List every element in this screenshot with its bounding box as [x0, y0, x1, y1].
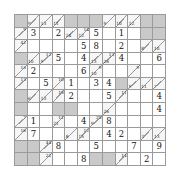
cell-r7c10[interactable] — [141, 103, 153, 115]
cell-r8c3: 2111 — [53, 116, 65, 128]
across-clue: 18 — [58, 91, 63, 95]
cell-r4c0: 15 — [15, 65, 27, 77]
cell-r7c3 — [53, 103, 65, 115]
down-clue: 13 — [41, 22, 46, 26]
cell-r2c8[interactable]: 2 — [116, 40, 128, 52]
answer-digit: 4 — [103, 78, 115, 90]
cell-r3c1: 10 — [28, 53, 40, 65]
answer-digit: 4 — [116, 53, 128, 65]
cell-r7c6[interactable] — [90, 103, 102, 115]
cell-r1c10 — [141, 28, 153, 40]
answer-digit: 1 — [65, 78, 77, 90]
cell-r9c2[interactable] — [40, 128, 52, 140]
answer-digit: 6 — [153, 53, 165, 65]
across-clue: 12 — [84, 129, 89, 133]
answer-digit: 2 — [65, 90, 77, 102]
cell-r8c2[interactable] — [40, 116, 52, 128]
cell-r1c3[interactable]: 2 — [53, 28, 65, 40]
cell-r3c5[interactable]: 4 — [78, 53, 90, 65]
cell-r6c8: 11 — [116, 90, 128, 102]
cell-r9c3[interactable] — [53, 128, 65, 140]
cell-r10c9[interactable]: 7 — [128, 141, 140, 153]
cell-r11c5[interactable]: 8 — [78, 153, 90, 165]
across-clue: 11 — [121, 91, 126, 95]
cell-r5c2[interactable]: 5 — [40, 78, 52, 90]
cell-r8c0: 7 — [15, 116, 27, 128]
answer-digit: 5 — [103, 90, 115, 102]
cell-r6c10[interactable] — [141, 90, 153, 102]
across-clue: 15 — [21, 66, 26, 70]
cell-r5c6[interactable]: 3 — [90, 78, 102, 90]
cell-r4c5[interactable]: 6 — [78, 65, 90, 77]
cell-r6c0 — [15, 90, 27, 102]
cell-r8c6: 920 — [90, 116, 102, 128]
cell-r4c7[interactable] — [103, 65, 115, 77]
answer-digit: 8 — [53, 141, 65, 153]
cell-r9c10: 3 — [141, 128, 153, 140]
cell-r11c2: 22 — [40, 153, 52, 165]
down-clue: 9 — [104, 22, 107, 26]
cell-r1c11 — [153, 28, 165, 40]
cell-r9c0: 16 — [15, 128, 27, 140]
down-clue: 8 — [141, 47, 144, 51]
down-clue: 6 — [28, 97, 31, 101]
cell-r7c4 — [65, 103, 77, 115]
cell-r1c0: 9 — [15, 28, 27, 40]
across-clue: 9 — [137, 66, 140, 70]
answer-digit: 2 — [28, 65, 40, 77]
cell-r1c2[interactable] — [40, 28, 52, 40]
cell-r3c11[interactable]: 6 — [153, 53, 165, 65]
answer-digit: 4 — [153, 103, 165, 115]
cell-r4c3[interactable] — [53, 65, 65, 77]
cell-r4c2[interactable] — [40, 65, 52, 77]
cell-r10c2: 44 — [40, 141, 52, 153]
across-clue: 20 — [96, 116, 101, 120]
cell-r11c9[interactable] — [128, 153, 140, 165]
answer-digit: 5 — [78, 40, 90, 52]
answer-digit: 7 — [128, 141, 140, 153]
cell-r6c11[interactable]: 4 — [153, 90, 165, 102]
down-clue: 9 — [28, 22, 31, 26]
cell-r4c4[interactable] — [65, 65, 77, 77]
cell-r8c11[interactable] — [153, 116, 165, 128]
cell-r2c9[interactable] — [128, 40, 140, 52]
down-clue: 12 — [129, 22, 134, 26]
down-clue: 26 — [104, 60, 109, 64]
down-clue: 10 — [154, 47, 159, 51]
cell-r5c8 — [116, 78, 128, 90]
cell-r4c10[interactable] — [141, 65, 153, 77]
cell-r6c2: 13 — [40, 90, 52, 102]
cell-r3c9[interactable] — [128, 53, 140, 65]
cell-r5c11: 7 — [153, 78, 165, 90]
cell-r3c0 — [15, 53, 27, 65]
across-clue: 13 — [21, 78, 26, 82]
across-clue: 9 — [99, 66, 102, 70]
cell-r11c11[interactable] — [153, 153, 165, 165]
down-clue: 26 — [104, 110, 109, 114]
cell-r11c6 — [90, 153, 102, 165]
cell-r8c8[interactable] — [116, 116, 128, 128]
down-clue: 13 — [91, 60, 96, 64]
cell-r8c5[interactable]: 4 — [78, 116, 90, 128]
answer-digit: 4 — [153, 90, 165, 102]
down-clue: 8 — [66, 135, 69, 139]
cell-r2c3[interactable] — [53, 40, 65, 52]
cell-r3c6: 13 — [90, 53, 102, 65]
answer-digit: 6 — [78, 65, 90, 77]
answer-digit: 7 — [28, 128, 40, 140]
across-clue: 13 — [109, 53, 114, 57]
down-clue: 10 — [116, 22, 121, 26]
answer-digit: 2 — [141, 153, 153, 165]
cell-r5c3: 10 — [53, 78, 65, 90]
answer-digit: 2 — [53, 28, 65, 40]
cell-r0c4 — [65, 15, 77, 27]
cell-r0c10 — [141, 15, 153, 27]
cell-r1c6[interactable]: 5 — [90, 28, 102, 40]
cell-r5c5[interactable] — [78, 78, 90, 90]
across-clue: 14 — [121, 154, 126, 158]
cell-r11c7 — [103, 153, 115, 165]
cell-r11c10[interactable]: 2 — [141, 153, 153, 165]
cell-r7c11[interactable]: 4 — [153, 103, 165, 115]
across-clue: 12 — [46, 53, 51, 57]
cell-r5c7[interactable]: 4 — [103, 78, 115, 90]
cell-r10c11[interactable]: 9 — [153, 141, 165, 153]
cell-r3c3[interactable]: 5 — [53, 53, 65, 65]
down-clue: 24 — [66, 34, 71, 38]
cell-r0c3: 11 — [53, 15, 65, 27]
cell-r1c4: 24 — [65, 28, 77, 40]
cell-r10c3[interactable]: 8 — [53, 141, 65, 153]
cell-r7c5[interactable] — [78, 103, 90, 115]
answer-digit: 1 — [116, 28, 128, 40]
cell-r3c2: 912 — [40, 53, 52, 65]
cell-r5c10: 11 — [141, 78, 153, 90]
cell-r10c5[interactable] — [78, 141, 90, 153]
cell-r11c8: 14 — [116, 153, 128, 165]
cell-r2c10: 8 — [141, 40, 153, 52]
answer-digit: 3 — [28, 28, 40, 40]
cell-r9c1[interactable]: 7 — [28, 128, 40, 140]
cell-r4c9: 9 — [128, 65, 140, 77]
cell-r9c9[interactable] — [128, 128, 140, 140]
cell-r1c1[interactable]: 3 — [28, 28, 40, 40]
answer-digit: 5 — [53, 53, 65, 65]
answer-digit: 4 — [103, 128, 115, 140]
down-clue: 21 — [53, 122, 58, 126]
answer-digit: 2 — [116, 40, 128, 52]
cell-r10c8[interactable] — [116, 141, 128, 153]
across-clue: 10 — [58, 78, 63, 82]
cell-r1c8[interactable]: 1 — [116, 28, 128, 40]
cell-r0c6 — [90, 15, 102, 27]
answer-digit: 5 — [90, 28, 102, 40]
across-clue: 44 — [46, 141, 51, 145]
cell-r10c0 — [15, 141, 27, 153]
down-clue: 11 — [53, 22, 58, 26]
down-clue: 3 — [141, 135, 144, 139]
cell-r10c10[interactable] — [141, 141, 153, 153]
cell-r3c4[interactable] — [65, 53, 77, 65]
cell-r8c10[interactable] — [141, 116, 153, 128]
cell-r2c2[interactable] — [40, 40, 52, 52]
cell-r7c8[interactable] — [116, 103, 128, 115]
across-clue: 9 — [23, 28, 26, 32]
cell-r5c0: 13 — [15, 78, 27, 90]
cell-r2c11: 10 — [153, 40, 165, 52]
down-clue: 13 — [41, 97, 46, 101]
across-clue: 22 — [46, 154, 51, 158]
down-clue: 10 — [91, 72, 96, 76]
cell-r7c7: 26 — [103, 103, 115, 115]
answer-digit: 3 — [90, 78, 102, 90]
cell-r4c6: 109 — [90, 65, 102, 77]
cell-r2c7[interactable] — [103, 40, 115, 52]
cell-r1c9[interactable] — [128, 28, 140, 40]
answer-digit: 2 — [116, 128, 128, 140]
cell-r6c6[interactable] — [90, 90, 102, 102]
cell-r0c8: 10 — [116, 15, 128, 27]
cell-r11c3[interactable] — [53, 153, 65, 165]
cell-r10c4[interactable] — [65, 141, 77, 153]
down-clue: 13 — [154, 135, 159, 139]
cell-r11c4[interactable] — [65, 153, 77, 165]
down-clue: 9 — [129, 85, 132, 89]
cell-r8c9[interactable] — [128, 116, 140, 128]
cell-r1c5: 1214 — [78, 28, 90, 40]
cell-r10c7[interactable] — [103, 141, 115, 153]
cell-r0c2: 13 — [40, 15, 52, 27]
cell-r5c9: 9 — [128, 78, 140, 90]
cell-r5c1[interactable] — [28, 78, 40, 90]
cell-r9c5: 1512 — [78, 128, 90, 140]
across-clue: 14 — [84, 28, 89, 32]
cell-r7c1[interactable] — [28, 103, 40, 115]
kakuro-board: 9131191012932241214514258281010912541326… — [14, 14, 166, 166]
cell-r6c5[interactable] — [78, 90, 90, 102]
cell-r9c8[interactable]: 2 — [116, 128, 128, 140]
cell-r6c9[interactable] — [128, 90, 140, 102]
cell-r0c1: 9 — [28, 15, 40, 27]
answer-digit: 4 — [78, 53, 90, 65]
cell-r7c2[interactable] — [40, 103, 52, 115]
cell-r2c1[interactable] — [28, 40, 40, 52]
cell-r6c7[interactable]: 5 — [103, 90, 115, 102]
cell-r4c8[interactable] — [116, 65, 128, 77]
cell-r1c7[interactable] — [103, 28, 115, 40]
cell-r8c7[interactable]: 8 — [103, 116, 115, 128]
cell-r0c7: 9 — [103, 15, 115, 27]
across-clue: 16 — [21, 129, 26, 133]
down-clue: 10 — [28, 60, 33, 64]
cell-r11c1 — [28, 153, 40, 165]
cell-r4c1[interactable]: 2 — [28, 65, 40, 77]
answer-digit: 1 — [28, 116, 40, 128]
across-clue: 42 — [21, 41, 26, 45]
cell-r5c4[interactable]: 1 — [65, 78, 77, 90]
cell-r9c7[interactable]: 4 — [103, 128, 115, 140]
cell-r2c4[interactable] — [65, 40, 77, 52]
cell-r9c6[interactable] — [90, 128, 102, 140]
cell-r9c4: 8 — [65, 128, 77, 140]
down-clue: 15 — [78, 135, 83, 139]
cell-r6c1: 6 — [28, 90, 40, 102]
answer-digit: 8 — [103, 116, 115, 128]
cell-r7c9[interactable] — [128, 103, 140, 115]
cell-r2c6[interactable]: 8 — [90, 40, 102, 52]
cell-r8c1[interactable]: 1 — [28, 116, 40, 128]
answer-digit: 9 — [153, 141, 165, 153]
cell-r11c0 — [15, 153, 27, 165]
cell-r8c4[interactable] — [65, 116, 77, 128]
cell-r0c0 — [15, 15, 27, 27]
down-clue: 11 — [141, 85, 146, 89]
down-clue: 7 — [154, 85, 157, 89]
answer-digit: 4 — [78, 116, 90, 128]
cell-r7c0 — [15, 103, 27, 115]
cell-r3c10[interactable] — [141, 53, 153, 65]
cell-r6c3: 18 — [53, 90, 65, 102]
down-clue: 9 — [91, 122, 94, 126]
cell-r6c4[interactable]: 2 — [65, 90, 77, 102]
cell-r10c1 — [28, 141, 40, 153]
answer-digit: 5 — [90, 141, 102, 153]
cell-r3c7: 2613 — [103, 53, 115, 65]
cell-r4c11[interactable] — [153, 65, 165, 77]
cell-r2c5[interactable]: 5 — [78, 40, 90, 52]
across-clue: 7 — [23, 116, 26, 120]
answer-digit: 8 — [78, 153, 90, 165]
down-clue: 12 — [78, 34, 83, 38]
answer-digit: 5 — [40, 78, 52, 90]
cell-r2c0: 42 — [15, 40, 27, 52]
across-clue: 11 — [58, 116, 63, 120]
cell-r0c9: 12 — [128, 15, 140, 27]
answer-digit: 8 — [90, 40, 102, 52]
cell-r10c6[interactable]: 5 — [90, 141, 102, 153]
cell-r0c11 — [153, 15, 165, 27]
cell-r0c5 — [78, 15, 90, 27]
down-clue: 9 — [41, 60, 44, 64]
cell-r9c11: 13 — [153, 128, 165, 140]
cell-r3c8[interactable]: 4 — [116, 53, 128, 65]
